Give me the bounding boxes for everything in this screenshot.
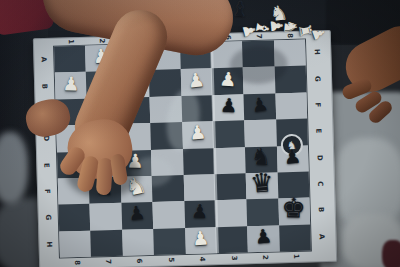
square-r7c1[interactable] <box>91 229 123 256</box>
piece-black-king[interactable]: ♚ <box>282 194 307 222</box>
rank-label-left-B: B <box>40 83 47 89</box>
piece-black-pawn[interactable]: ♟ <box>250 94 270 116</box>
rank-label-right-A: A <box>318 234 325 240</box>
concrete-patch-left-light <box>0 132 28 204</box>
piece-black-pawn[interactable]: ♟ <box>283 146 302 167</box>
square-r5c4[interactable] <box>183 174 215 201</box>
rank-label-right-E: E <box>314 129 321 134</box>
rank-label-left-G: G <box>44 215 51 221</box>
square-r6c3[interactable] <box>153 201 185 228</box>
square-r4c4[interactable] <box>182 148 214 175</box>
file-label-bottom-3: 3 <box>230 256 237 261</box>
square-r0c0[interactable] <box>54 46 86 73</box>
rank-label-left-F: F <box>43 189 50 194</box>
file-label-bottom-7: 7 <box>104 259 111 264</box>
rank-label-right-C: C <box>316 181 323 186</box>
file-label-bottom-1: 1 <box>292 254 299 259</box>
piece-black-pawn[interactable]: ♟ <box>219 95 237 115</box>
piece-white-pawn[interactable]: ♟ <box>218 69 236 89</box>
rank-label-right-F: F <box>314 102 321 107</box>
piece-white-pawn[interactable]: ♟ <box>62 74 80 94</box>
rank-label-right-G: G <box>313 75 320 81</box>
rank-label-left-E: E <box>42 163 49 168</box>
square-r4c5[interactable] <box>214 147 246 174</box>
piece-black-pawn[interactable]: ♟ <box>254 226 273 247</box>
square-r5c5[interactable] <box>215 173 247 200</box>
square-r7c3[interactable] <box>153 228 185 255</box>
piece-black-knight[interactable]: ♞ <box>250 145 272 169</box>
piece-white-pawn[interactable]: ♟ <box>191 228 210 248</box>
rank-label-left-H: H <box>45 241 52 247</box>
square-r2c7[interactable] <box>275 92 307 119</box>
file-label-bottom-6: 6 <box>135 258 142 263</box>
file-label-top-1: 1 <box>66 39 73 44</box>
square-r3c5[interactable] <box>213 120 245 147</box>
piece-white-pawn[interactable]: ♟ <box>188 122 207 143</box>
rank-label-right-H: H <box>313 49 320 55</box>
file-label-top-2: 2 <box>98 38 105 43</box>
rank-label-left-A: A <box>40 57 47 63</box>
red-patch-bottom-right <box>382 240 400 267</box>
piece-black-queen[interactable]: ♛ <box>249 169 274 197</box>
street-chess-photo: ABCDEFGHHGFEDCBA1234567887654321♞♟♟♟♟♟♟♟… <box>0 0 400 267</box>
rank-label-right-D: D <box>316 154 323 160</box>
file-label-bottom-2: 2 <box>261 255 268 260</box>
square-r6c6[interactable] <box>247 199 279 226</box>
piece-black-pawn[interactable]: ♟ <box>191 202 209 222</box>
file-label-bottom-8: 8 <box>73 260 80 265</box>
rank-label-right-B: B <box>317 207 324 213</box>
file-label-bottom-5: 5 <box>167 257 174 262</box>
square-r7c0[interactable] <box>59 230 91 257</box>
captured-black-bishop[interactable]: ♝ <box>230 0 249 20</box>
square-r7c7[interactable] <box>279 224 311 251</box>
square-r7c5[interactable] <box>216 226 248 253</box>
file-label-bottom-4: 4 <box>198 257 205 262</box>
square-r6c0[interactable] <box>58 204 90 231</box>
square-r6c1[interactable] <box>90 203 122 230</box>
captured-white-knight[interactable]: ♞ <box>269 2 289 24</box>
piece-white-pawn[interactable]: ♟ <box>187 70 206 91</box>
square-r7c2[interactable] <box>122 229 154 256</box>
piece-black-pawn[interactable]: ♟ <box>128 203 147 224</box>
square-r6c5[interactable] <box>215 200 247 227</box>
